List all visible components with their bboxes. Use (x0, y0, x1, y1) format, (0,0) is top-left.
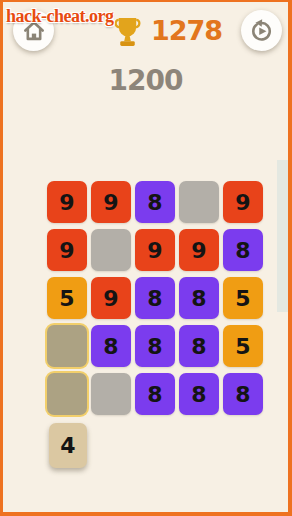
cell-r4c4[interactable]: 8 (179, 325, 219, 367)
cell-r1c2[interactable]: 9 (91, 181, 131, 223)
game-screen: hack-cheat.org 1278 1200 998999985988588… (0, 0, 292, 516)
board-grid: 99899998598858885888 (47, 181, 263, 415)
cell-r5c2[interactable] (91, 373, 131, 415)
cell-r5c4[interactable]: 8 (179, 373, 219, 415)
cell-r4c5[interactable]: 5 (223, 325, 263, 367)
watermark: hack-cheat.org (6, 6, 113, 27)
cell-r5c1[interactable] (47, 373, 87, 415)
cell-r3c2[interactable]: 9 (91, 277, 131, 319)
score-value: 1278 (151, 14, 222, 48)
score-display: 1278 (113, 14, 222, 48)
cell-r1c1[interactable]: 9 (47, 181, 87, 223)
level-target: 1200 (3, 64, 288, 97)
restart-button[interactable] (241, 10, 282, 51)
right-edge-artifact (277, 160, 288, 312)
next-tile[interactable]: 4 (49, 423, 87, 468)
cell-r2c4[interactable]: 9 (179, 229, 219, 271)
cell-r3c3[interactable]: 8 (135, 277, 175, 319)
cell-r2c1[interactable]: 9 (47, 229, 87, 271)
cell-r5c3[interactable]: 8 (135, 373, 175, 415)
cell-r1c5[interactable]: 9 (223, 181, 263, 223)
cell-r4c3[interactable]: 8 (135, 325, 175, 367)
cell-r4c2[interactable]: 8 (91, 325, 131, 367)
cell-r3c4[interactable]: 8 (179, 277, 219, 319)
cell-r1c3[interactable]: 8 (135, 181, 175, 223)
cell-r5c5[interactable]: 8 (223, 373, 263, 415)
cell-r2c5[interactable]: 8 (223, 229, 263, 271)
restart-replay-icon (248, 17, 275, 44)
cell-r3c1[interactable]: 5 (47, 277, 87, 319)
cell-r2c2[interactable] (91, 229, 131, 271)
cell-r2c3[interactable]: 9 (135, 229, 175, 271)
cell-r4c1[interactable] (47, 325, 87, 367)
trophy-icon (113, 15, 142, 48)
cell-r1c4[interactable] (179, 181, 219, 223)
cell-r3c5[interactable]: 5 (223, 277, 263, 319)
